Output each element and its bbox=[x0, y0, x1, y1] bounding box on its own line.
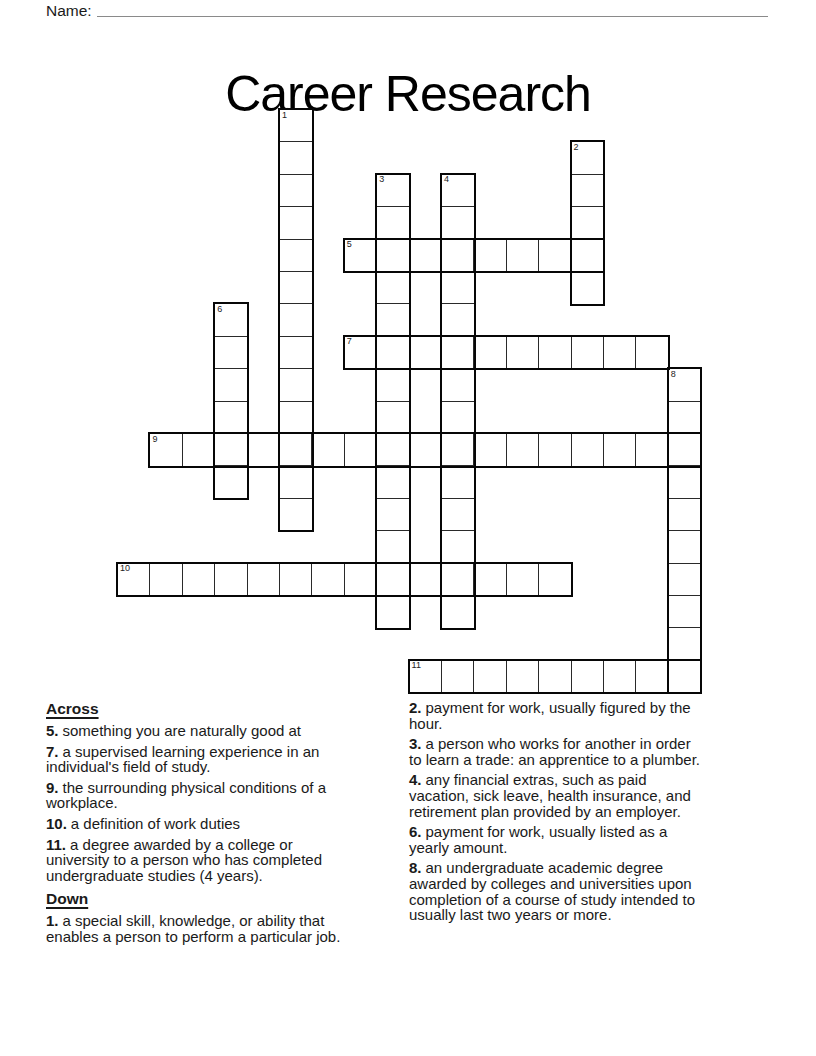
grid-cell-r4c10[interactable] bbox=[441, 239, 475, 273]
grid-cell-r15c8[interactable] bbox=[376, 595, 410, 629]
grid-cell-r14c7[interactable] bbox=[344, 563, 378, 597]
down-heading: Down bbox=[46, 890, 404, 908]
grid-cell-r10c11[interactable] bbox=[473, 433, 507, 467]
grid-cell-r16c17[interactable] bbox=[668, 627, 702, 661]
grid-cell-r10c5[interactable] bbox=[279, 433, 313, 467]
clue-number: 1. bbox=[46, 912, 59, 929]
grid-cell-r9c5[interactable] bbox=[279, 401, 313, 435]
clue-text: a person who works for another in order … bbox=[409, 735, 700, 768]
grid-cell-r10c13[interactable] bbox=[538, 433, 572, 467]
clue-1-down: 1.a special skill, knowledge, or ability… bbox=[46, 913, 404, 944]
grid-cell-r7c16[interactable] bbox=[635, 336, 669, 370]
grid-cell-r13c8[interactable] bbox=[376, 530, 410, 564]
grid-cell-r8c5[interactable] bbox=[279, 368, 313, 402]
grid-cell-r8c3[interactable] bbox=[214, 368, 248, 402]
grid-cell-r10c1[interactable]: 9 bbox=[149, 433, 183, 467]
grid-cell-r4c7[interactable]: 5 bbox=[344, 239, 378, 273]
grid-cell-r4c5[interactable] bbox=[279, 239, 313, 273]
across-clue-list: 5.something you are naturally good at7.a… bbox=[46, 723, 404, 883]
clue-number: 3. bbox=[409, 735, 422, 752]
down-clue-list-right: 2.payment for work, usually figured by t… bbox=[409, 700, 759, 923]
clue-number: 4. bbox=[409, 771, 422, 788]
grid-cell-r8c17[interactable]: 8 bbox=[668, 368, 702, 402]
cell-number: 2 bbox=[574, 143, 579, 153]
cell-number: 6 bbox=[217, 305, 222, 315]
grid-cell-r3c5[interactable] bbox=[279, 206, 313, 240]
grid-cell-r17c13[interactable] bbox=[538, 660, 572, 694]
grid-cell-r7c14[interactable] bbox=[571, 336, 605, 370]
grid-cell-r3c14[interactable] bbox=[571, 206, 605, 240]
grid-cell-r7c5[interactable] bbox=[279, 336, 313, 370]
grid-cell-r10c17[interactable] bbox=[668, 433, 702, 467]
grid-cell-r11c17[interactable] bbox=[668, 465, 702, 499]
grid-cell-r14c4[interactable] bbox=[247, 563, 281, 597]
clue-text: a definition of work duties bbox=[71, 815, 240, 832]
grid-cell-r7c12[interactable] bbox=[506, 336, 540, 370]
cell-number: 3 bbox=[379, 175, 384, 185]
grid-cell-r1c14[interactable]: 2 bbox=[571, 141, 605, 175]
grid-cell-r10c4[interactable] bbox=[247, 433, 281, 467]
clue-text: an undergraduate academic degree awarded… bbox=[409, 859, 695, 923]
grid-cell-r6c10[interactable] bbox=[441, 303, 475, 337]
crossword-grid: 1234567891011 bbox=[117, 109, 701, 693]
grid-cell-r5c10[interactable] bbox=[441, 271, 475, 305]
cell-number: 5 bbox=[347, 240, 352, 250]
clue-text: a degree awarded by a college or univers… bbox=[46, 836, 322, 884]
grid-cell-r11c3[interactable] bbox=[214, 465, 248, 499]
cell-number: 10 bbox=[120, 564, 130, 574]
grid-cell-r14c2[interactable] bbox=[182, 563, 216, 597]
grid-cell-r14c12[interactable] bbox=[506, 563, 540, 597]
grid-cell-r12c10[interactable] bbox=[441, 498, 475, 532]
grid-cell-r10c7[interactable] bbox=[344, 433, 378, 467]
grid-cell-r10c12[interactable] bbox=[506, 433, 540, 467]
grid-cell-r17c10[interactable] bbox=[441, 660, 475, 694]
grid-cell-r17c15[interactable] bbox=[603, 660, 637, 694]
grid-cell-r1c5[interactable] bbox=[279, 141, 313, 175]
grid-cell-r10c3[interactable] bbox=[214, 433, 248, 467]
grid-cell-r2c10[interactable]: 4 bbox=[441, 174, 475, 208]
grid-cell-r14c0[interactable]: 10 bbox=[117, 563, 151, 597]
grid-cell-r10c15[interactable] bbox=[603, 433, 637, 467]
cell-number: 1 bbox=[282, 111, 287, 121]
clue-number: 10. bbox=[46, 815, 67, 832]
grid-cell-r7c13[interactable] bbox=[538, 336, 572, 370]
grid-cell-r2c8[interactable]: 3 bbox=[376, 174, 410, 208]
cell-number: 8 bbox=[671, 370, 676, 380]
clue-6-down: 6.payment for work, usually listed as a … bbox=[409, 824, 759, 855]
clue-number: 11. bbox=[46, 836, 66, 853]
grid-cell-r11c8[interactable] bbox=[376, 465, 410, 499]
grid-cell-r4c12[interactable] bbox=[506, 239, 540, 273]
clue-8-down: 8.an undergraduate academic degree award… bbox=[409, 860, 759, 922]
name-label: Name: bbox=[46, 2, 92, 20]
grid-cell-r12c5[interactable] bbox=[279, 498, 313, 532]
clue-text: any financial extras, such as paid vacat… bbox=[409, 771, 691, 819]
grid-cell-r14c13[interactable] bbox=[538, 563, 572, 597]
cell-number: 11 bbox=[412, 661, 421, 671]
grid-cell-r2c14[interactable] bbox=[571, 174, 605, 208]
grid-cell-r14c10[interactable] bbox=[441, 563, 475, 597]
grid-cell-r5c5[interactable] bbox=[279, 271, 313, 305]
grid-cell-r17c12[interactable] bbox=[506, 660, 540, 694]
grid-cell-r7c9[interactable] bbox=[409, 336, 443, 370]
clue-9-across: 9.the surrounding physical conditions of… bbox=[46, 780, 404, 811]
clue-text: the surrounding physical conditions of a… bbox=[46, 779, 326, 812]
grid-cell-r10c8[interactable] bbox=[376, 433, 410, 467]
grid-cell-r5c14[interactable] bbox=[571, 271, 605, 305]
grid-cell-r10c6[interactable] bbox=[311, 433, 345, 467]
grid-cell-r15c17[interactable] bbox=[668, 595, 702, 629]
clue-number: 7. bbox=[46, 743, 59, 760]
clues-right-column: 2.payment for work, usually figured by t… bbox=[409, 700, 759, 928]
grid-cell-r6c3[interactable]: 6 bbox=[214, 303, 248, 337]
grid-cell-r7c8[interactable] bbox=[376, 336, 410, 370]
grid-cell-r14c9[interactable] bbox=[409, 563, 443, 597]
clue-text: something you are naturally good at bbox=[63, 722, 301, 739]
grid-cell-r5c8[interactable] bbox=[376, 271, 410, 305]
grid-cell-r10c9[interactable] bbox=[409, 433, 443, 467]
clue-number: 5. bbox=[46, 722, 59, 739]
grid-cell-r14c6[interactable] bbox=[311, 563, 345, 597]
clue-4-down: 4.any financial extras, such as paid vac… bbox=[409, 772, 759, 819]
grid-cell-r4c8[interactable] bbox=[376, 239, 410, 273]
grid-cell-r17c9[interactable]: 11 bbox=[409, 660, 443, 694]
grid-cell-r9c17[interactable] bbox=[668, 401, 702, 435]
grid-cell-r3c8[interactable] bbox=[376, 206, 410, 240]
grid-cell-r11c5[interactable] bbox=[279, 465, 313, 499]
clue-text: payment for work, usually figured by the… bbox=[409, 699, 691, 732]
grid-cell-r0c5[interactable]: 1 bbox=[279, 109, 313, 143]
grid-cell-r7c7[interactable]: 7 bbox=[344, 336, 378, 370]
grid-cell-r14c3[interactable] bbox=[214, 563, 248, 597]
grid-cell-r4c9[interactable] bbox=[409, 239, 443, 273]
cell-number: 9 bbox=[152, 435, 157, 445]
clue-text: a supervised learning experience in an i… bbox=[46, 743, 319, 776]
grid-cell-r17c14[interactable] bbox=[571, 660, 605, 694]
grid-cell-r4c13[interactable] bbox=[538, 239, 572, 273]
clue-10-across: 10.a definition of work duties bbox=[46, 816, 404, 832]
clue-text: payment for work, usually listed as a ye… bbox=[409, 823, 667, 856]
grid-cell-r9c8[interactable] bbox=[376, 401, 410, 435]
grid-cell-r17c16[interactable] bbox=[635, 660, 669, 694]
grid-cell-r6c8[interactable] bbox=[376, 303, 410, 337]
clue-number: 9. bbox=[46, 779, 59, 796]
grid-cell-r12c17[interactable] bbox=[668, 498, 702, 532]
grid-cell-r9c10[interactable] bbox=[441, 401, 475, 435]
grid-cell-r8c8[interactable] bbox=[376, 368, 410, 402]
grid-cell-r15c10[interactable] bbox=[441, 595, 475, 629]
name-blank-line[interactable] bbox=[97, 2, 768, 17]
grid-cell-r13c10[interactable] bbox=[441, 530, 475, 564]
grid-cell-r9c3[interactable] bbox=[214, 401, 248, 435]
grid-cell-r2c5[interactable] bbox=[279, 174, 313, 208]
clue-text: a special skill, knowledge, or ability t… bbox=[46, 912, 340, 945]
across-heading: Across bbox=[46, 700, 404, 718]
grid-cell-r13c17[interactable] bbox=[668, 530, 702, 564]
grid-cell-r10c2[interactable] bbox=[182, 433, 216, 467]
grid-cell-r14c17[interactable] bbox=[668, 563, 702, 597]
grid-cell-r7c15[interactable] bbox=[603, 336, 637, 370]
clue-5-across: 5.something you are naturally good at bbox=[46, 723, 404, 739]
clue-number: 2. bbox=[409, 699, 422, 716]
clues-left-column: Across 5.something you are naturally goo… bbox=[46, 700, 404, 950]
clue-number: 8. bbox=[409, 859, 422, 876]
grid-cell-r10c10[interactable] bbox=[441, 433, 475, 467]
down-clue-list-left: 1.a special skill, knowledge, or ability… bbox=[46, 913, 404, 944]
grid-cell-r14c5[interactable] bbox=[279, 563, 313, 597]
clue-3-down: 3.a person who works for another in orde… bbox=[409, 736, 759, 767]
cell-number: 7 bbox=[347, 337, 352, 347]
cell-number: 4 bbox=[444, 175, 449, 185]
grid-cell-r10c16[interactable] bbox=[635, 433, 669, 467]
grid-cell-r6c5[interactable] bbox=[279, 303, 313, 337]
grid-cell-r14c1[interactable] bbox=[149, 563, 183, 597]
worksheet-page: Name: Career Research 1234567891011 Acro… bbox=[0, 0, 816, 1056]
grid-cell-r7c3[interactable] bbox=[214, 336, 248, 370]
grid-cell-r4c11[interactable] bbox=[473, 239, 507, 273]
grid-cell-r11c10[interactable] bbox=[441, 465, 475, 499]
grid-cell-r17c11[interactable] bbox=[473, 660, 507, 694]
clue-7-across: 7.a supervised learning experience in an… bbox=[46, 744, 404, 775]
grid-cell-r17c17[interactable] bbox=[668, 660, 702, 694]
grid-cell-r14c8[interactable] bbox=[376, 563, 410, 597]
grid-cell-r4c14[interactable] bbox=[571, 239, 605, 273]
grid-cell-r7c11[interactable] bbox=[473, 336, 507, 370]
grid-cell-r10c14[interactable] bbox=[571, 433, 605, 467]
grid-cell-r7c10[interactable] bbox=[441, 336, 475, 370]
grid-cell-r3c10[interactable] bbox=[441, 206, 475, 240]
grid-cell-r14c11[interactable] bbox=[473, 563, 507, 597]
clue-2-down: 2.payment for work, usually figured by t… bbox=[409, 700, 759, 731]
grid-cell-r12c8[interactable] bbox=[376, 498, 410, 532]
clue-11-across: 11.a degree awarded by a college or univ… bbox=[46, 837, 404, 884]
grid-cell-r8c10[interactable] bbox=[441, 368, 475, 402]
clue-number: 6. bbox=[409, 823, 422, 840]
